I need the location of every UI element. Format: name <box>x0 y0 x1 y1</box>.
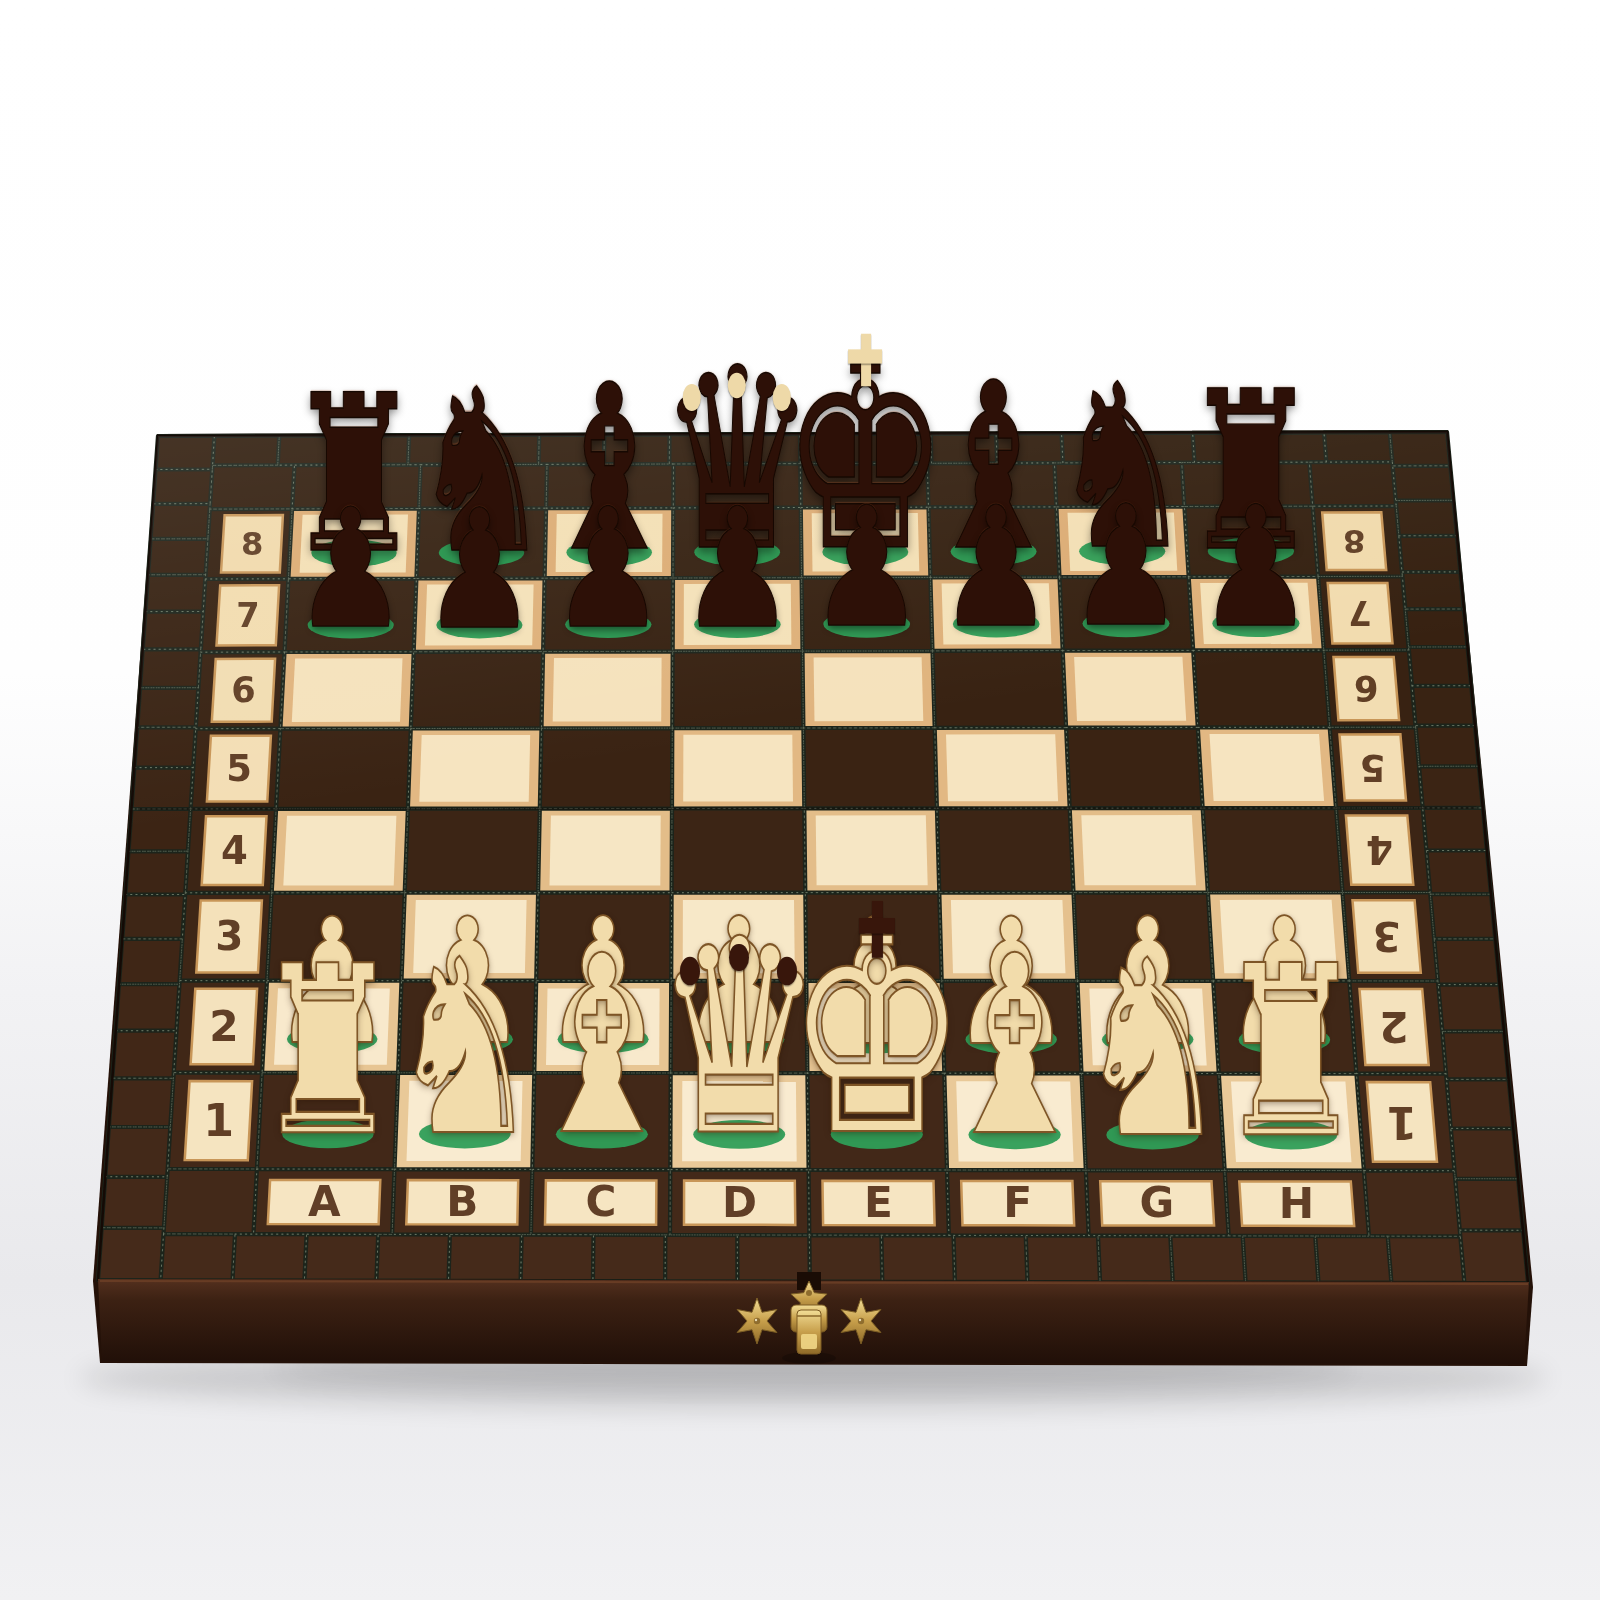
felt-c2 <box>558 1025 649 1053</box>
felt-f1 <box>968 1120 1060 1149</box>
felt-e2 <box>829 1025 920 1054</box>
felt-a2 <box>287 1025 378 1053</box>
clasp-hasp-loop <box>801 1334 817 1349</box>
felt-b1 <box>419 1120 511 1149</box>
felt-c8 <box>566 539 652 566</box>
clasp-screw-right <box>858 1318 864 1324</box>
felt-f2 <box>966 1025 1057 1054</box>
felt-e8 <box>822 538 908 565</box>
felt-d2 <box>693 1025 784 1054</box>
felt-d8 <box>694 539 780 566</box>
felt-d1 <box>693 1120 785 1149</box>
felt-h2 <box>1239 1025 1331 1054</box>
felt-g1 <box>1106 1120 1199 1149</box>
felt-g7 <box>1083 610 1170 637</box>
felt-f8 <box>951 538 1037 565</box>
felt-b7 <box>436 611 522 638</box>
felt-h8 <box>1208 537 1294 564</box>
felt-g8 <box>1079 538 1165 565</box>
felt-h7 <box>1212 610 1299 637</box>
chess-set-photo: 88A77B66C55D44E33F22G11H ♜♞♝♛♚♝♞♜♟♟♟♟♟♟♟… <box>0 0 1600 1600</box>
felt-a8 <box>311 540 396 567</box>
felt-a7 <box>308 612 394 639</box>
felt-b8 <box>439 539 525 566</box>
board-sheen <box>98 432 1528 1283</box>
felt-c7 <box>565 611 651 638</box>
chessboard: 88A77B66C55D44E33F22G11H <box>0 0 1600 1600</box>
felt-e1 <box>831 1120 923 1149</box>
felt-e7 <box>823 611 910 638</box>
felt-b2 <box>422 1025 513 1053</box>
felt-d7 <box>694 611 781 638</box>
felt-f7 <box>953 610 1040 637</box>
felt-h1 <box>1245 1121 1338 1150</box>
felt-a1 <box>282 1120 374 1149</box>
felt-g2 <box>1102 1025 1194 1054</box>
felt-c1 <box>556 1120 648 1149</box>
clasp-screw-left <box>754 1318 760 1324</box>
clasp-screw-top <box>806 1290 812 1296</box>
